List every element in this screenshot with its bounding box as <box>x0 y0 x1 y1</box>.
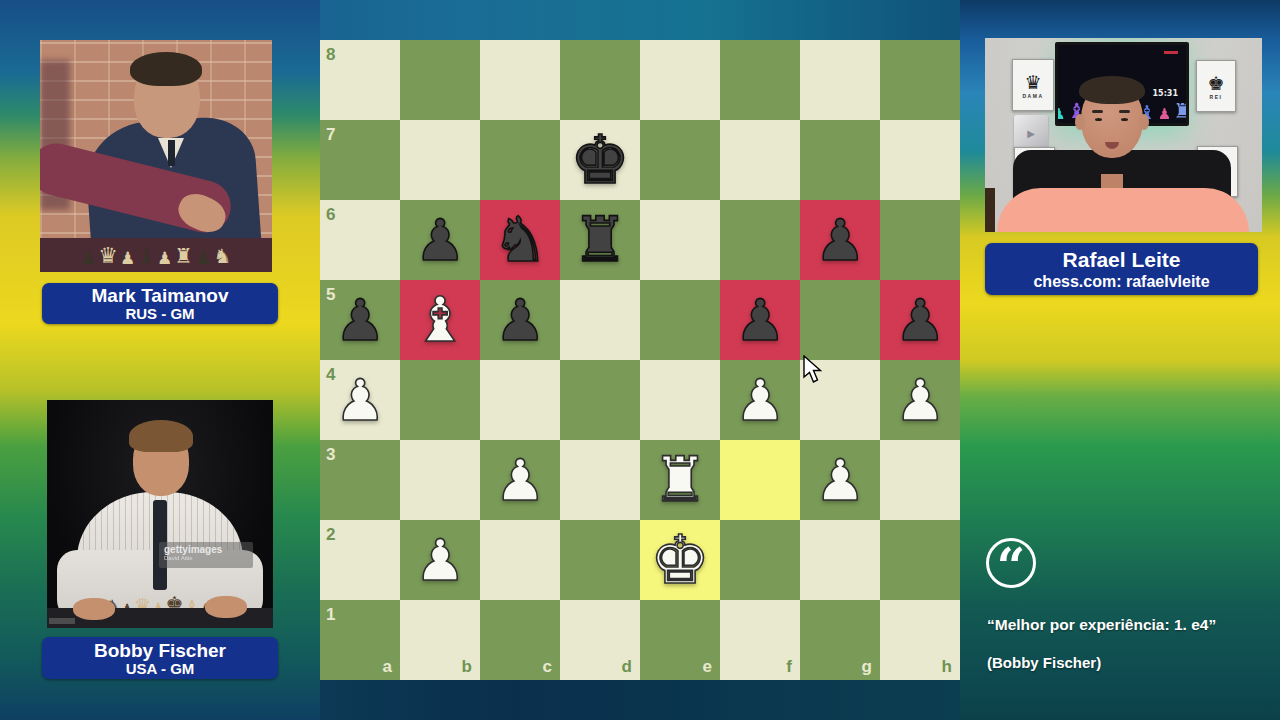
player-name: Mark Taimanov <box>92 285 229 306</box>
square-c2[interactable] <box>480 520 560 600</box>
square-f7[interactable] <box>720 120 800 200</box>
poster-label: DAMA <box>1023 93 1044 99</box>
piece-black-pawn[interactable]: ♟ <box>494 292 545 349</box>
square-d5[interactable] <box>560 280 640 360</box>
square-g7[interactable] <box>800 120 880 200</box>
square-h5[interactable]: ♟ <box>880 280 960 360</box>
square-f6[interactable] <box>720 200 800 280</box>
eye <box>1095 118 1102 121</box>
chess-board[interactable]: 87♚6♟♞♜♟5♟♝♟♟♟4♟♟♟3♟♜♟2♟♚1abcdefgh <box>320 40 960 680</box>
eyebrow <box>1119 110 1130 113</box>
host-plate: Rafael Leite chess.com: rafaelvleite <box>985 243 1258 295</box>
square-h3[interactable] <box>880 440 960 520</box>
square-h2[interactable] <box>880 520 960 600</box>
square-b3[interactable] <box>400 440 480 520</box>
photo-mark-taimanov: ♟ ♛ ♟ ♝ ♟ ♜ ♟ ♞ <box>40 40 272 272</box>
file-label-b: b <box>462 658 472 675</box>
square-a4[interactable]: 4♟ <box>320 360 400 440</box>
square-c4[interactable] <box>480 360 560 440</box>
youtube-plaque: ▶ <box>1014 115 1048 151</box>
watermark-credit: David Attie <box>164 555 248 562</box>
rank-label-1: 1 <box>326 606 335 623</box>
file-label-h: h <box>942 658 952 675</box>
square-g5[interactable] <box>800 280 880 360</box>
piece-white-king[interactable]: ♚ <box>650 527 710 594</box>
watermark-id-smudge <box>49 618 75 624</box>
square-a7[interactable]: 7 <box>320 120 400 200</box>
square-h8[interactable] <box>880 40 960 120</box>
rank-label-8: 8 <box>326 46 335 63</box>
square-f8[interactable] <box>720 40 800 120</box>
piece-black-pawn[interactable]: ♟ <box>334 292 385 349</box>
photo-bobby-fischer: ♜ ♟ ♞ ♟ ♛ ♟ ♚ ♝ ♟ ♜ ♟ gettyimages David … <box>47 400 273 628</box>
tv-clock: 15:31 <box>1153 89 1178 98</box>
watermark-brand: gettyimages <box>164 544 248 555</box>
piece-black-pawn[interactable]: ♟ <box>734 292 785 349</box>
piece-white-pawn[interactable]: ♟ <box>734 372 785 429</box>
hair <box>129 420 193 452</box>
hand-right <box>205 596 247 618</box>
square-e5[interactable] <box>640 280 720 360</box>
square-b8[interactable] <box>400 40 480 120</box>
square-c1[interactable]: c <box>480 600 560 680</box>
piece-white-pawn[interactable]: ♟ <box>494 452 545 509</box>
square-d8[interactable] <box>560 40 640 120</box>
piece-black-rook[interactable]: ♜ <box>572 209 628 271</box>
piece-black-pawn[interactable]: ♟ <box>414 212 465 269</box>
guitar-neck <box>985 188 995 232</box>
file-label-e: e <box>703 658 712 675</box>
square-h7[interactable] <box>880 120 960 200</box>
watermark: gettyimages David Attie <box>159 542 253 568</box>
eyebrow <box>1092 110 1103 113</box>
square-f4[interactable]: ♟ <box>720 360 800 440</box>
square-a1[interactable]: 1a <box>320 600 400 680</box>
quote-text: “Melhor por experiência: 1. e4” <box>987 616 1272 634</box>
file-label-g: g <box>862 658 872 675</box>
square-d4[interactable] <box>560 360 640 440</box>
piece-white-pawn[interactable]: ♟ <box>414 532 465 589</box>
square-e2[interactable]: ♚ <box>640 520 720 600</box>
king-icon: ♚ <box>1207 73 1224 93</box>
square-h1[interactable]: h <box>880 600 960 680</box>
host-handle: chess.com: rafaelvleite <box>1033 272 1209 291</box>
queen-icon: ♛ <box>1024 72 1041 92</box>
piece-white-pawn[interactable]: ♟ <box>814 452 865 509</box>
rank-label-3: 3 <box>326 446 335 463</box>
quote-attribution: (Bobby Fischer) <box>987 654 1272 671</box>
stream-layout: ♟ ♛ ♟ ♝ ♟ ♜ ♟ ♞ Mark Taimanov RUS - GM ♜… <box>0 0 1280 720</box>
eye <box>1121 118 1128 121</box>
square-c3[interactable]: ♟ <box>480 440 560 520</box>
host-webcam: ♟ ♝ ♛ ♚ ♝ ♟ ♜ 15:31 ♛ DAMA ♚ REI ▶ ♜ TOR… <box>985 38 1262 232</box>
piece-white-bishop[interactable]: ♝ <box>412 289 468 351</box>
square-g3[interactable]: ♟ <box>800 440 880 520</box>
file-label-d: d <box>622 658 632 675</box>
quote-icon: “ <box>986 538 1036 588</box>
player-plate-bottom: Bobby Fischer USA - GM <box>42 637 278 679</box>
square-d1[interactable]: d <box>560 600 640 680</box>
file-label-f: f <box>786 658 792 675</box>
square-g8[interactable] <box>800 40 880 120</box>
square-f2[interactable] <box>720 520 800 600</box>
tie <box>168 140 175 166</box>
square-c7[interactable] <box>480 120 560 200</box>
square-c5[interactable]: ♟ <box>480 280 560 360</box>
square-e7[interactable] <box>640 120 720 200</box>
square-d6[interactable]: ♜ <box>560 200 640 280</box>
mouse-cursor <box>803 355 825 385</box>
ear <box>1075 114 1085 130</box>
square-c8[interactable] <box>480 40 560 120</box>
host-hair <box>1079 76 1145 104</box>
poster-king: ♚ REI <box>1196 60 1236 112</box>
piece-black-pawn[interactable]: ♟ <box>894 292 945 349</box>
hair <box>130 52 202 86</box>
square-d7[interactable]: ♚ <box>560 120 640 200</box>
square-h4[interactable]: ♟ <box>880 360 960 440</box>
host-name: Rafael Leite <box>1063 248 1181 272</box>
poster-label: REI <box>1210 94 1223 100</box>
player-plate-top: Mark Taimanov RUS - GM <box>42 283 278 324</box>
square-b6[interactable]: ♟ <box>400 200 480 280</box>
hand-left <box>73 598 115 620</box>
piece-black-king[interactable]: ♚ <box>570 127 630 194</box>
square-g1[interactable]: g <box>800 600 880 680</box>
player-info: RUS - GM <box>125 306 194 322</box>
square-g6[interactable]: ♟ <box>800 200 880 280</box>
player-info: USA - GM <box>126 661 195 677</box>
piece-white-pawn[interactable]: ♟ <box>894 372 945 429</box>
square-c6[interactable]: ♞ <box>480 200 560 280</box>
square-f1[interactable]: f <box>720 600 800 680</box>
player-name: Bobby Fischer <box>94 640 226 661</box>
square-b5[interactable]: ♝ <box>400 280 480 360</box>
square-e1[interactable]: e <box>640 600 720 680</box>
square-b4[interactable] <box>400 360 480 440</box>
chess-pieces-row: ♟ ♛ ♟ ♝ ♟ ♜ ♟ ♞ <box>80 216 272 268</box>
square-g2[interactable] <box>800 520 880 600</box>
piece-white-rook[interactable]: ♜ <box>652 449 708 511</box>
square-a6[interactable]: 6 <box>320 200 400 280</box>
file-label-c: c <box>543 658 552 675</box>
square-a2[interactable]: 2 <box>320 520 400 600</box>
square-f5[interactable]: ♟ <box>720 280 800 360</box>
square-a3[interactable]: 3 <box>320 440 400 520</box>
poster-queen: ♛ DAMA <box>1012 59 1054 111</box>
piece-black-knight[interactable]: ♞ <box>492 209 548 271</box>
rank-label-2: 2 <box>326 526 335 543</box>
rank-label-6: 6 <box>326 206 335 223</box>
square-f3[interactable] <box>720 440 800 520</box>
square-a5[interactable]: 5♟ <box>320 280 400 360</box>
square-b2[interactable]: ♟ <box>400 520 480 600</box>
square-d3[interactable] <box>560 440 640 520</box>
square-b7[interactable] <box>400 120 480 200</box>
square-e3[interactable]: ♜ <box>640 440 720 520</box>
square-e6[interactable] <box>640 200 720 280</box>
square-e8[interactable] <box>640 40 720 120</box>
piece-white-pawn[interactable]: ♟ <box>334 372 385 429</box>
piece-black-pawn[interactable]: ♟ <box>814 212 865 269</box>
square-e4[interactable] <box>640 360 720 440</box>
ear <box>1139 114 1149 130</box>
square-a8[interactable]: 8 <box>320 40 400 120</box>
rank-label-7: 7 <box>326 126 335 143</box>
tv-red-bar <box>1164 51 1178 54</box>
host-shirt <box>997 188 1249 232</box>
file-label-a: a <box>383 658 392 675</box>
square-h6[interactable] <box>880 200 960 280</box>
square-b1[interactable]: b <box>400 600 480 680</box>
square-d2[interactable] <box>560 520 640 600</box>
